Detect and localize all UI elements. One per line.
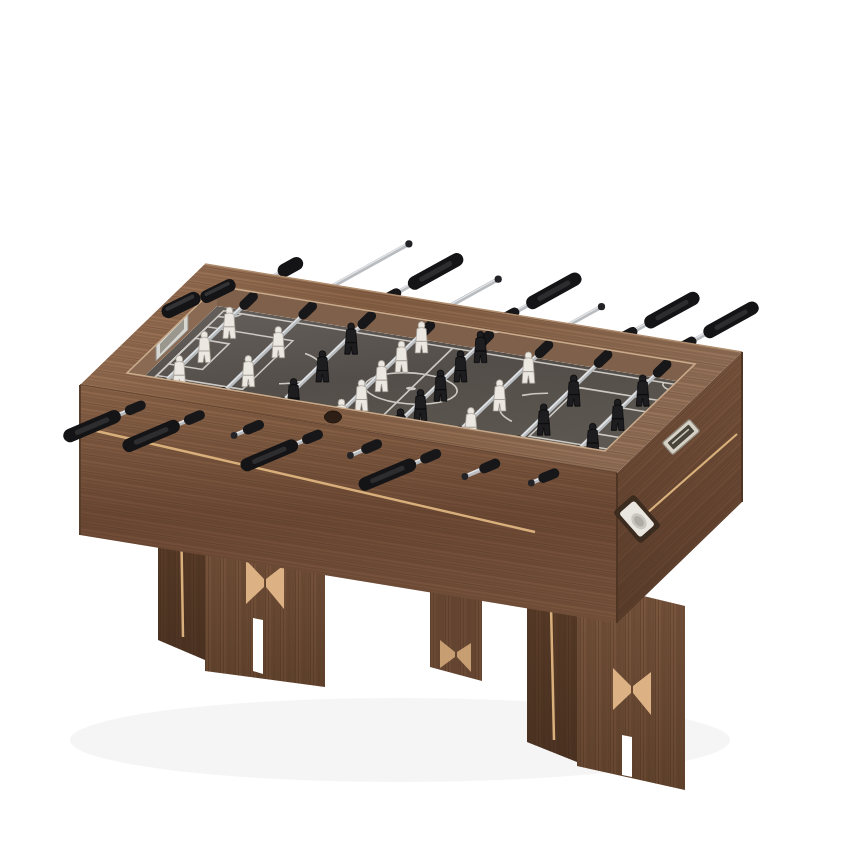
rod-bumper bbox=[307, 435, 318, 440]
rod-bumper bbox=[130, 406, 141, 411]
rod-bumper bbox=[484, 464, 495, 469]
rod-bumper bbox=[363, 316, 372, 324]
leg-notch bbox=[253, 618, 263, 674]
rod-shaft[interactable] bbox=[326, 244, 409, 290]
product-image: Foosball table — walnut cabinet with bla… bbox=[0, 0, 850, 850]
rod-shaft-highlight bbox=[444, 278, 498, 308]
rod-bumper bbox=[658, 364, 667, 372]
rod-bumper bbox=[303, 306, 312, 314]
rod-5-far-end[interactable] bbox=[503, 279, 575, 319]
foosball-table-illustration bbox=[0, 0, 850, 850]
rod-end-cap bbox=[528, 480, 535, 487]
rod-end-cap bbox=[405, 240, 412, 247]
rod-bumper bbox=[543, 473, 554, 478]
rod-bumper bbox=[248, 425, 259, 430]
serve-hole[interactable] bbox=[325, 411, 342, 423]
rod-bumper bbox=[366, 444, 377, 449]
rod-end-cap bbox=[347, 452, 354, 459]
rod-bumper bbox=[599, 355, 608, 363]
rod-bumper bbox=[425, 454, 436, 459]
rod-shaft-highlight bbox=[326, 243, 409, 289]
rod-bumper bbox=[540, 345, 549, 353]
rod-7-far-end[interactable] bbox=[621, 299, 693, 339]
rod-3-far-end[interactable] bbox=[385, 260, 457, 300]
rod-8-far-end[interactable] bbox=[680, 308, 752, 348]
rod-end-cap[interactable] bbox=[284, 264, 296, 271]
rod-end-cap bbox=[495, 276, 502, 283]
rod-bumper bbox=[244, 297, 253, 305]
rod-end-cap bbox=[462, 473, 469, 480]
rod-bumper bbox=[189, 415, 200, 420]
leg-notch bbox=[622, 735, 632, 777]
rod-end-cap bbox=[598, 303, 605, 310]
rod-2-far-end[interactable] bbox=[326, 240, 413, 290]
rod-end-cap bbox=[231, 432, 238, 439]
